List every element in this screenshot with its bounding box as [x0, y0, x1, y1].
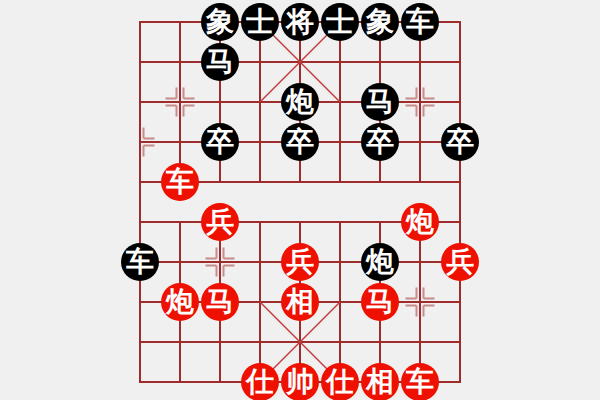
piece-black-horse[interactable]: 马	[361, 83, 399, 121]
board-point	[120, 2, 160, 42]
board-point: 炮	[360, 242, 400, 282]
board-point	[280, 162, 320, 202]
board-point	[320, 122, 360, 162]
board-point	[160, 122, 200, 162]
board-point: 将	[280, 2, 320, 42]
board-point: 马	[360, 282, 400, 322]
board-point	[360, 162, 400, 202]
board-point	[440, 362, 480, 400]
board-point	[240, 322, 280, 362]
piece-red-cannon[interactable]: 炮	[161, 283, 199, 321]
piece-red-rook[interactable]: 车	[401, 363, 439, 400]
piece-black-elephant[interactable]: 象	[201, 3, 239, 41]
board-point: 卒	[200, 122, 240, 162]
board-point	[400, 42, 440, 82]
board-point: 象	[360, 2, 400, 42]
board-point	[440, 82, 480, 122]
board-point	[280, 322, 320, 362]
board-point	[120, 122, 160, 162]
board-point: 兵	[440, 242, 480, 282]
board-point	[160, 202, 200, 242]
board-point	[160, 322, 200, 362]
board-point	[440, 322, 480, 362]
board-point	[400, 122, 440, 162]
board-point	[320, 242, 360, 282]
board-point	[400, 242, 440, 282]
piece-red-elephant[interactable]: 相	[361, 363, 399, 400]
board-point: 炮	[400, 202, 440, 242]
board-point	[440, 42, 480, 82]
board-point: 兵	[200, 202, 240, 242]
board-point	[400, 162, 440, 202]
board-point: 马	[360, 82, 400, 122]
board-point	[360, 202, 400, 242]
board-point	[200, 362, 240, 400]
board-point	[440, 202, 480, 242]
piece-red-rook[interactable]: 车	[161, 163, 199, 201]
board-point: 炮	[160, 282, 200, 322]
piece-black-pawn[interactable]: 卒	[281, 123, 319, 161]
board-point	[360, 322, 400, 362]
board-point	[120, 82, 160, 122]
board-point	[160, 42, 200, 82]
board-point	[440, 162, 480, 202]
piece-black-general[interactable]: 将	[281, 3, 319, 41]
board-point	[200, 162, 240, 202]
board-point	[200, 322, 240, 362]
piece-black-horse[interactable]: 马	[201, 43, 239, 81]
board-point	[280, 202, 320, 242]
board-point: 车	[160, 162, 200, 202]
board-point	[160, 2, 200, 42]
board-point	[440, 2, 480, 42]
piece-black-cannon[interactable]: 炮	[361, 243, 399, 281]
board-point: 仕	[320, 362, 360, 400]
piece-black-pawn[interactable]: 卒	[441, 123, 479, 161]
board-point	[240, 122, 280, 162]
board-point	[120, 282, 160, 322]
board-point	[120, 362, 160, 400]
board-point	[400, 322, 440, 362]
board-point	[200, 242, 240, 282]
board-point: 相	[360, 362, 400, 400]
board-point	[240, 82, 280, 122]
board-point	[400, 82, 440, 122]
board-point	[200, 82, 240, 122]
board-point: 卒	[280, 122, 320, 162]
board-point	[320, 162, 360, 202]
piece-black-cannon[interactable]: 炮	[281, 83, 319, 121]
board-point: 车	[400, 362, 440, 400]
board-point	[240, 282, 280, 322]
board-point: 仕	[240, 362, 280, 400]
board-point	[320, 282, 360, 322]
board-point	[160, 362, 200, 400]
piece-black-rook[interactable]: 车	[401, 3, 439, 41]
board-grid: 象士将士象车马炮马卒卒卒卒车兵炮车兵炮兵炮马相马仕帅仕相车	[120, 2, 480, 400]
board-point	[360, 42, 400, 82]
piece-black-rook[interactable]: 车	[121, 243, 159, 281]
board-point	[120, 162, 160, 202]
board-point	[240, 42, 280, 82]
board-point	[160, 242, 200, 282]
board-point	[320, 202, 360, 242]
board-point	[120, 202, 160, 242]
piece-red-pawn[interactable]: 兵	[201, 203, 239, 241]
board-point: 车	[120, 242, 160, 282]
board-point	[280, 42, 320, 82]
board-point	[320, 42, 360, 82]
board-point: 马	[200, 42, 240, 82]
piece-red-elephant[interactable]: 相	[281, 283, 319, 321]
piece-black-pawn[interactable]: 卒	[201, 123, 239, 161]
piece-red-horse[interactable]: 马	[201, 283, 239, 321]
board-point	[240, 162, 280, 202]
board-point: 车	[400, 2, 440, 42]
board-point: 相	[280, 282, 320, 322]
board-point	[120, 42, 160, 82]
piece-black-elephant[interactable]: 象	[361, 3, 399, 41]
board-point	[320, 82, 360, 122]
piece-red-general[interactable]: 帅	[281, 363, 319, 400]
board-point	[320, 322, 360, 362]
board-point	[160, 82, 200, 122]
board-point	[440, 282, 480, 322]
board-point	[240, 202, 280, 242]
board-point: 卒	[360, 122, 400, 162]
board-point: 卒	[440, 122, 480, 162]
board-point: 帅	[280, 362, 320, 400]
piece-red-pawn[interactable]: 兵	[281, 243, 319, 281]
board-point: 兵	[280, 242, 320, 282]
board-point	[240, 242, 280, 282]
piece-red-horse[interactable]: 马	[361, 283, 399, 321]
piece-red-pawn[interactable]: 兵	[441, 243, 479, 281]
piece-black-pawn[interactable]: 卒	[361, 123, 399, 161]
board-point	[400, 282, 440, 322]
board-point: 象	[200, 2, 240, 42]
board-point: 马	[200, 282, 240, 322]
xiangqi-board: 象士将士象车马炮马卒卒卒卒车兵炮车兵炮兵炮马相马仕帅仕相车	[0, 0, 600, 400]
piece-red-advisor[interactable]: 仕	[241, 363, 279, 400]
piece-red-cannon[interactable]: 炮	[401, 203, 439, 241]
board-point: 炮	[280, 82, 320, 122]
piece-red-advisor[interactable]: 仕	[321, 363, 359, 400]
board-point: 士	[320, 2, 360, 42]
board-point: 士	[240, 2, 280, 42]
board-point	[120, 322, 160, 362]
piece-black-advisor[interactable]: 士	[321, 3, 359, 41]
piece-black-advisor[interactable]: 士	[241, 3, 279, 41]
